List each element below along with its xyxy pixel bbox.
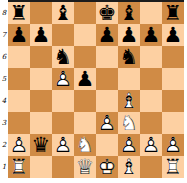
piece-black-rook: ♜ [8,2,30,24]
square-c3[interactable] [52,112,74,134]
piece-black-knight: ♞ [118,46,140,68]
square-c7[interactable] [52,24,74,46]
piece-white-pawn: ♙ [96,112,118,134]
square-a7[interactable]: ♟ [8,24,30,46]
piece-white-pawn: ♙ [8,134,30,156]
square-c6[interactable]: ♞ [52,46,74,68]
square-b5[interactable] [30,68,52,90]
piece-white-bishop: ♗ [118,90,140,112]
piece-white-knight: ♘ [118,112,140,134]
square-f8[interactable]: ♝ [118,2,140,24]
piece-white-queen-fill: ♛ [74,156,96,178]
square-g4[interactable] [140,90,162,112]
square-e2[interactable] [96,134,118,156]
square-f7[interactable]: ♟ [118,24,140,46]
square-e5[interactable] [96,68,118,90]
square-f3[interactable]: ♞♘ [118,112,140,134]
square-a6[interactable] [8,46,30,68]
square-d2[interactable]: ♞♘ [74,134,96,156]
rank-label-4: 4 [0,90,8,112]
piece-white-rook-fill: ♜ [8,156,30,178]
square-h6[interactable] [162,46,184,68]
square-g6[interactable] [140,46,162,68]
square-b6[interactable] [30,46,52,68]
piece-black-king: ♚ [96,2,118,24]
piece-black-pawn: ♟ [8,24,30,46]
square-a3[interactable] [8,112,30,134]
piece-white-pawn: ♙ [140,134,162,156]
piece-black-pawn: ♟ [74,68,96,90]
square-b8[interactable] [30,2,52,24]
square-g3[interactable] [140,112,162,134]
square-g8[interactable] [140,2,162,24]
square-e8[interactable]: ♚ [96,2,118,24]
square-d6[interactable] [74,46,96,68]
square-b4[interactable] [30,90,52,112]
piece-black-bishop: ♝ [52,2,74,24]
piece-black-pawn: ♟ [96,24,118,46]
square-f2[interactable]: ♟♙ [118,134,140,156]
square-c8[interactable]: ♝ [52,2,74,24]
square-g5[interactable] [140,68,162,90]
square-e3[interactable]: ♟♙ [96,112,118,134]
piece-white-pawn-fill: ♟ [118,134,140,156]
square-d1[interactable]: ♛♕ [74,156,96,178]
piece-white-pawn: ♙ [52,68,74,90]
piece-white-pawn-fill: ♟ [96,112,118,134]
square-f4[interactable]: ♝♗ [118,90,140,112]
square-b7[interactable]: ♟ [30,24,52,46]
piece-black-rook: ♜ [162,2,184,24]
piece-black-queen: ♛ [30,134,52,156]
square-e7[interactable]: ♟ [96,24,118,46]
piece-white-king: ♔ [96,156,118,178]
square-b1[interactable] [30,156,52,178]
square-h4[interactable] [162,90,184,112]
piece-white-bishop-fill: ♝ [118,156,140,178]
square-h5[interactable] [162,68,184,90]
square-d3[interactable] [74,112,96,134]
rank-label-8: 8 [0,2,8,24]
rank-label-2: 2 [0,134,8,156]
square-d8[interactable] [74,2,96,24]
square-a5[interactable] [8,68,30,90]
square-e6[interactable] [96,46,118,68]
chess-diagram: 87654321 ♜♝♚♝♜♟♟♟♟♟♟♞♞♟♙♟♝♗♟♙♞♘♟♙♛♟♙♞♘♟♙… [0,0,187,183]
piece-white-pawn: ♙ [162,134,184,156]
piece-white-knight-fill: ♞ [118,112,140,134]
piece-black-pawn: ♟ [140,24,162,46]
square-d5[interactable]: ♟ [74,68,96,90]
square-a1[interactable]: ♜♖ [8,156,30,178]
square-c4[interactable] [52,90,74,112]
square-b2[interactable]: ♛ [30,134,52,156]
square-h2[interactable]: ♟♙ [162,134,184,156]
piece-black-pawn: ♟ [30,24,52,46]
square-a4[interactable] [8,90,30,112]
piece-white-pawn-fill: ♟ [140,134,162,156]
square-a2[interactable]: ♟♙ [8,134,30,156]
square-c1[interactable] [52,156,74,178]
piece-black-pawn: ♟ [162,24,184,46]
piece-white-bishop-fill: ♝ [118,90,140,112]
square-h3[interactable] [162,112,184,134]
piece-white-pawn-fill: ♟ [52,68,74,90]
piece-white-knight: ♘ [74,134,96,156]
piece-white-rook: ♖ [162,156,184,178]
piece-black-knight: ♞ [52,46,74,68]
square-b3[interactable] [30,112,52,134]
piece-white-knight-fill: ♞ [74,134,96,156]
square-g1[interactable] [140,156,162,178]
square-d7[interactable] [74,24,96,46]
piece-white-pawn: ♙ [52,134,74,156]
square-c2[interactable]: ♟♙ [52,134,74,156]
square-d4[interactable] [74,90,96,112]
square-f5[interactable] [118,68,140,90]
square-h1[interactable]: ♜♖ [162,156,184,178]
rank-label-5: 5 [0,68,8,90]
piece-white-king-fill: ♚ [96,156,118,178]
piece-white-rook-fill: ♜ [162,156,184,178]
rank-label-7: 7 [0,24,8,46]
piece-white-bishop: ♗ [118,156,140,178]
piece-black-pawn: ♟ [118,24,140,46]
square-g2[interactable]: ♟♙ [140,134,162,156]
square-e4[interactable] [96,90,118,112]
piece-black-bishop: ♝ [118,2,140,24]
chess-board: ♜♝♚♝♜♟♟♟♟♟♟♞♞♟♙♟♝♗♟♙♞♘♟♙♛♟♙♞♘♟♙♟♙♟♙♜♖♛♕♚… [8,0,184,178]
piece-white-rook: ♖ [8,156,30,178]
square-g7[interactable]: ♟ [140,24,162,46]
rank-label-1: 1 [0,156,8,178]
square-a8[interactable]: ♜ [8,2,30,24]
piece-white-pawn-fill: ♟ [162,134,184,156]
square-c5[interactable]: ♟♙ [52,68,74,90]
piece-white-queen: ♕ [74,156,96,178]
rank-label-column: 87654321 [0,2,8,178]
rank-label-3: 3 [0,112,8,134]
square-h7[interactable]: ♟ [162,24,184,46]
piece-white-pawn-fill: ♟ [8,134,30,156]
rank-label-6: 6 [0,46,8,68]
square-e1[interactable]: ♚♔ [96,156,118,178]
piece-white-pawn-fill: ♟ [52,134,74,156]
square-f6[interactable]: ♞ [118,46,140,68]
square-h8[interactable]: ♜ [162,2,184,24]
piece-white-pawn: ♙ [118,134,140,156]
square-f1[interactable]: ♝♗ [118,156,140,178]
